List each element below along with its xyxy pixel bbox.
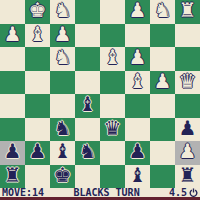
square-d4[interactable]: ♝ <box>75 94 100 118</box>
power-icon <box>189 188 198 197</box>
square-b2[interactable]: ♟ <box>25 141 50 165</box>
white-knight[interactable]: ♞ <box>154 0 172 23</box>
square-d8[interactable] <box>75 0 100 24</box>
status-bar: MOVE:14 BLACKS TURN 4.5 <box>0 188 200 197</box>
white-rook[interactable]: ♜ <box>179 0 197 23</box>
square-f8[interactable]: ♟ <box>125 0 150 24</box>
square-g1[interactable] <box>150 165 175 189</box>
square-f3[interactable] <box>125 118 150 142</box>
black-pawn[interactable]: ♟ <box>4 141 22 164</box>
square-a1[interactable]: ♜ <box>0 165 25 189</box>
black-bishop[interactable]: ♝ <box>54 141 72 164</box>
square-b4[interactable] <box>25 94 50 118</box>
square-g8[interactable]: ♞ <box>150 0 175 24</box>
square-h1[interactable]: ♜ <box>175 165 200 189</box>
square-c4[interactable] <box>50 94 75 118</box>
black-queen[interactable]: ♛ <box>104 118 122 141</box>
move-counter: MOVE:14 <box>2 188 44 197</box>
square-h3[interactable]: ♟ <box>175 118 200 142</box>
square-b5[interactable] <box>25 71 50 95</box>
square-g4[interactable] <box>150 94 175 118</box>
black-bishop[interactable]: ♝ <box>79 94 97 117</box>
eval-value: 4.5 <box>169 188 187 197</box>
square-b3[interactable] <box>25 118 50 142</box>
square-d1[interactable] <box>75 165 100 189</box>
square-h5[interactable]: ♛ <box>175 71 200 95</box>
square-e8[interactable] <box>100 0 125 24</box>
square-c8[interactable]: ♞ <box>50 0 75 24</box>
square-e1[interactable] <box>100 165 125 189</box>
square-c3[interactable]: ♞ <box>50 118 75 142</box>
square-a6[interactable] <box>0 47 25 71</box>
black-rook[interactable]: ♜ <box>4 165 22 188</box>
eval-group: 4.5 <box>169 188 198 197</box>
white-king[interactable]: ♚ <box>29 0 47 23</box>
square-a5[interactable] <box>0 71 25 95</box>
black-knight[interactable]: ♞ <box>79 141 97 164</box>
black-bishop[interactable]: ♝ <box>129 165 147 188</box>
black-knight[interactable]: ♞ <box>54 118 72 141</box>
white-pawn[interactable]: ♟ <box>179 141 197 164</box>
square-h7[interactable] <box>175 24 200 48</box>
white-bishop[interactable]: ♝ <box>29 24 47 47</box>
square-e4[interactable] <box>100 94 125 118</box>
square-d3[interactable] <box>75 118 100 142</box>
square-g6[interactable] <box>150 47 175 71</box>
white-knight[interactable]: ♞ <box>54 0 72 23</box>
square-h8[interactable]: ♜ <box>175 0 200 24</box>
square-d7[interactable] <box>75 24 100 48</box>
square-b6[interactable] <box>25 47 50 71</box>
white-pawn[interactable]: ♟ <box>154 71 172 94</box>
chess-game-screen: ♚♞♟♞♜♟♝♟♞♝♟♝♟♛♝♞♛♟♟♟♝♞♟♟♜♚♝♜ MOVE:14 BLA… <box>0 0 200 200</box>
square-e2[interactable] <box>100 141 125 165</box>
square-f7[interactable] <box>125 24 150 48</box>
square-e5[interactable] <box>100 71 125 95</box>
square-f6[interactable]: ♟ <box>125 47 150 71</box>
square-f1[interactable]: ♝ <box>125 165 150 189</box>
white-pawn[interactable]: ♟ <box>4 24 22 47</box>
square-b1[interactable] <box>25 165 50 189</box>
square-c7[interactable]: ♟ <box>50 24 75 48</box>
square-b7[interactable]: ♝ <box>25 24 50 48</box>
square-d6[interactable] <box>75 47 100 71</box>
black-king[interactable]: ♚ <box>54 165 72 188</box>
square-g3[interactable] <box>150 118 175 142</box>
white-knight[interactable]: ♞ <box>54 47 72 70</box>
black-pawn[interactable]: ♟ <box>29 141 47 164</box>
white-bishop[interactable]: ♝ <box>104 47 122 70</box>
square-d5[interactable] <box>75 71 100 95</box>
square-h2[interactable]: ♟ <box>175 141 200 165</box>
square-g7[interactable] <box>150 24 175 48</box>
square-c1[interactable]: ♚ <box>50 165 75 189</box>
white-bishop[interactable]: ♝ <box>129 71 147 94</box>
square-a7[interactable]: ♟ <box>0 24 25 48</box>
square-e3[interactable]: ♛ <box>100 118 125 142</box>
black-pawn[interactable]: ♟ <box>179 118 197 141</box>
square-e7[interactable] <box>100 24 125 48</box>
square-c2[interactable]: ♝ <box>50 141 75 165</box>
bottom-strip <box>0 197 200 200</box>
square-a4[interactable] <box>0 94 25 118</box>
square-a8[interactable] <box>0 0 25 24</box>
white-pawn[interactable]: ♟ <box>54 24 72 47</box>
black-pawn[interactable]: ♟ <box>129 141 147 164</box>
square-f5[interactable]: ♝ <box>125 71 150 95</box>
white-pawn[interactable]: ♟ <box>129 47 147 70</box>
square-d2[interactable]: ♞ <box>75 141 100 165</box>
square-f2[interactable]: ♟ <box>125 141 150 165</box>
square-c6[interactable]: ♞ <box>50 47 75 71</box>
chess-board: ♚♞♟♞♜♟♝♟♞♝♟♝♟♛♝♞♛♟♟♟♝♞♟♟♜♚♝♜ <box>0 0 200 188</box>
square-a3[interactable] <box>0 118 25 142</box>
square-c5[interactable] <box>50 71 75 95</box>
white-pawn[interactable]: ♟ <box>129 0 147 23</box>
square-g2[interactable] <box>150 141 175 165</box>
square-b8[interactable]: ♚ <box>25 0 50 24</box>
square-h6[interactable] <box>175 47 200 71</box>
square-f4[interactable] <box>125 94 150 118</box>
turn-indicator: BLACKS TURN <box>73 188 139 197</box>
white-queen[interactable]: ♛ <box>179 71 197 94</box>
square-a2[interactable]: ♟ <box>0 141 25 165</box>
square-g5[interactable]: ♟ <box>150 71 175 95</box>
black-rook[interactable]: ♜ <box>179 165 197 188</box>
square-e6[interactable]: ♝ <box>100 47 125 71</box>
square-h4[interactable] <box>175 94 200 118</box>
